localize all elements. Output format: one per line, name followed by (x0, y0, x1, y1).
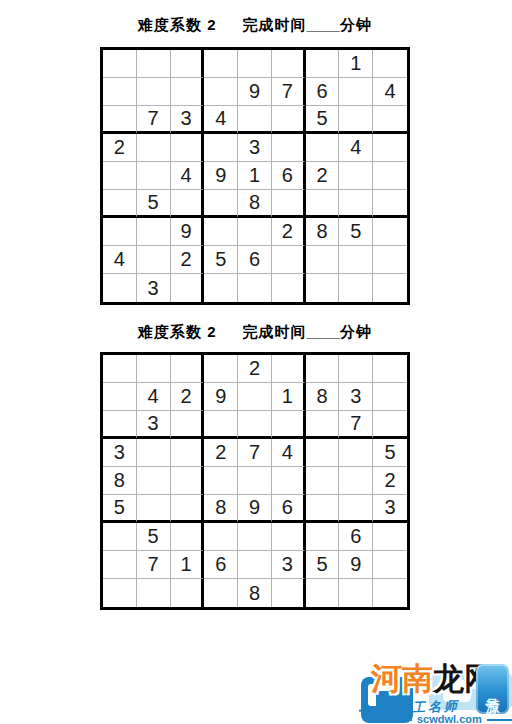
sudoku2-cell-r4c6: 4 (272, 439, 306, 467)
sudoku1-cell-r9c9 (373, 274, 407, 302)
sudoku2-cell-r3c7 (306, 411, 340, 439)
sudoku1-cell-r2c9: 4 (373, 78, 407, 106)
sudoku1-cell-r9c1 (103, 274, 137, 302)
time-label: 完成时间 (243, 16, 307, 33)
sudoku1-cell-r4c6 (272, 134, 306, 162)
sudoku2-cell-r1c1 (103, 355, 137, 383)
sudoku1-cell-r4c2 (137, 134, 171, 162)
sudoku2-cell-r5c4 (204, 467, 238, 495)
sudoku1-cell-r2c6: 7 (272, 78, 306, 106)
sudoku2-cell-r8c2: 7 (137, 551, 171, 579)
sudoku2-cell-r2c9 (373, 383, 407, 411)
sudoku2-cell-r6c6: 6 (272, 495, 306, 523)
sudoku1-cell-r9c4 (204, 274, 238, 302)
minutes-label: 分钟 (340, 16, 372, 33)
sudoku2-cell-r8c9 (373, 551, 407, 579)
sudoku1-cell-r8c2 (137, 246, 171, 274)
sudoku2-cell-r9c9 (373, 579, 407, 607)
sudoku1-cell-r2c2 (137, 78, 171, 106)
sudoku1-cell-r7c9 (373, 218, 407, 246)
sudoku2-cell-r2c7: 8 (306, 383, 340, 411)
sudoku1-cell-r1c1 (103, 50, 137, 78)
sudoku2-cell-r3c5 (238, 411, 272, 439)
sudoku1-cell-r2c3 (171, 78, 205, 106)
sudoku2-cell-r5c1: 8 (103, 467, 137, 495)
sudoku2-cell-r1c4 (204, 355, 238, 383)
sudoku-grid-1: 1976473452344916258928542563 (100, 47, 410, 305)
sudoku1-cell-r5c9 (373, 162, 407, 190)
sudoku2-cell-r6c5: 9 (238, 495, 272, 523)
sudoku2-cell-r7c1 (103, 523, 137, 551)
sudoku1-cell-r8c1: 4 (103, 246, 137, 274)
sudoku2-cell-r5c7 (306, 467, 340, 495)
sudoku1-cell-r9c7 (306, 274, 340, 302)
sudoku2-cell-r5c3 (171, 467, 205, 495)
sudoku1-cell-r8c8 (339, 246, 373, 274)
sudoku2-cell-r5c5 (238, 467, 272, 495)
sudoku1-cell-r2c1 (103, 78, 137, 106)
sudoku1-cell-r4c1: 2 (103, 134, 137, 162)
sudoku2-cell-r7c7 (306, 523, 340, 551)
sudoku2-cell-r8c3: 1 (171, 551, 205, 579)
sudoku2-cell-r8c4: 6 (204, 551, 238, 579)
sudoku2-cell-r3c1 (103, 411, 137, 439)
sudoku1-cell-r1c7 (306, 50, 340, 78)
sudoku1-cell-r7c8: 5 (339, 218, 373, 246)
sudoku2-cell-r9c5: 8 (238, 579, 272, 607)
sudoku2-cell-r8c1 (103, 551, 137, 579)
sudoku2-cell-r4c9: 5 (373, 439, 407, 467)
sudoku1-cell-r1c8: 1 (339, 50, 373, 78)
sudoku2-cell-r4c5: 7 (238, 439, 272, 467)
sudoku2-cell-r7c4 (204, 523, 238, 551)
sudoku2-cell-r4c3 (171, 439, 205, 467)
sudoku1-cell-r7c2 (137, 218, 171, 246)
sudoku1-cell-r3c3: 3 (171, 106, 205, 134)
sudoku2-cell-r7c2: 5 (137, 523, 171, 551)
sudoku1-cell-r3c1 (103, 106, 137, 134)
watermark-logo: 河南龙网 号源 学堂工名师 scwdwl.com (355, 660, 512, 724)
time-blank-line: ____ (307, 323, 340, 340)
sudoku1-cell-r5c7: 2 (306, 162, 340, 190)
seal-stamp: 号源 (476, 664, 509, 714)
sudoku1-cell-r8c7 (306, 246, 340, 274)
sudoku1-cell-r3c4: 4 (204, 106, 238, 134)
sudoku1-cell-r4c5: 3 (238, 134, 272, 162)
sudoku1-cell-r5c2 (137, 162, 171, 190)
sudoku1-cell-r7c7: 8 (306, 218, 340, 246)
difficulty-label: 难度系数 2 (138, 16, 217, 33)
sudoku2-cell-r9c8 (339, 579, 373, 607)
sudoku2-cell-r6c9: 3 (373, 495, 407, 523)
sudoku2-cell-r3c2: 3 (137, 411, 171, 439)
sudoku2-cell-r2c1 (103, 383, 137, 411)
sudoku2-cell-r1c3 (171, 355, 205, 383)
sudoku1-cell-r3c6 (272, 106, 306, 134)
sudoku1-cell-r7c3: 9 (171, 218, 205, 246)
sudoku2-cell-r4c7 (306, 439, 340, 467)
sudoku1-cell-r6c3 (171, 190, 205, 218)
sudoku1-cell-r2c7: 6 (306, 78, 340, 106)
sudoku1-cell-r3c8 (339, 106, 373, 134)
sudoku1-cell-r6c7 (306, 190, 340, 218)
sudoku2-cell-r6c4: 8 (204, 495, 238, 523)
sudoku-grid-2: 242918337327458258963567163598 (100, 352, 410, 610)
sudoku1-cell-r4c4 (204, 134, 238, 162)
sudoku2-cell-r5c8 (339, 467, 373, 495)
sudoku1-cell-r9c8 (339, 274, 373, 302)
sudoku1-cell-r9c3 (171, 274, 205, 302)
sudoku1-cell-r2c8 (339, 78, 373, 106)
sudoku2-cell-r9c4 (204, 579, 238, 607)
sudoku2-cell-r6c2 (137, 495, 171, 523)
sudoku1-cell-r2c4 (204, 78, 238, 106)
brand-prefix-text: 河南 (371, 661, 433, 696)
sudoku1-cell-r6c5: 8 (238, 190, 272, 218)
sudoku2-cell-r5c9: 2 (373, 467, 407, 495)
sudoku1-cell-r8c5: 6 (238, 246, 272, 274)
sudoku1-cell-r2c5: 9 (238, 78, 272, 106)
sudoku2-cell-r4c8 (339, 439, 373, 467)
sudoku2-cell-r2c4: 9 (204, 383, 238, 411)
sudoku1-cell-r3c5 (238, 106, 272, 134)
sudoku1-cell-r3c2: 7 (137, 106, 171, 134)
sudoku1-cell-r1c5 (238, 50, 272, 78)
sudoku1-cell-r8c3: 2 (171, 246, 205, 274)
sudoku1-cell-r5c3: 4 (171, 162, 205, 190)
sudoku1-cell-r6c1 (103, 190, 137, 218)
sudoku1-cell-r7c6: 2 (272, 218, 306, 246)
sudoku2-cell-r9c7 (306, 579, 340, 607)
sudoku1-cell-r5c6: 6 (272, 162, 306, 190)
sudoku1-cell-r6c9 (373, 190, 407, 218)
sudoku1-cell-r9c6 (272, 274, 306, 302)
sudoku1-cell-r7c4 (204, 218, 238, 246)
sudoku2-cell-r2c3: 2 (171, 383, 205, 411)
sudoku1-cell-r8c4: 5 (204, 246, 238, 274)
sudoku1-cell-r1c9 (373, 50, 407, 78)
puzzle-1-title: 难度系数 2完成时间____分钟 (100, 16, 410, 35)
site-url-text: scwdwl.com (381, 713, 512, 724)
sudoku1-cell-r1c4 (204, 50, 238, 78)
sudoku1-cell-r5c8 (339, 162, 373, 190)
sudoku1-cell-r4c9 (373, 134, 407, 162)
sudoku1-cell-r3c9 (373, 106, 407, 134)
sudoku2-cell-r3c8: 7 (339, 411, 373, 439)
sudoku2-cell-r9c1 (103, 579, 137, 607)
minutes-label: 分钟 (340, 323, 372, 340)
sudoku2-cell-r7c5 (238, 523, 272, 551)
sudoku2-cell-r2c6: 1 (272, 383, 306, 411)
sudoku1-cell-r3c7: 5 (306, 106, 340, 134)
sudoku2-cell-r3c9 (373, 411, 407, 439)
sudoku2-cell-r1c6 (272, 355, 306, 383)
sudoku2-cell-r6c1: 5 (103, 495, 137, 523)
sudoku1-cell-r6c8 (339, 190, 373, 218)
sudoku2-cell-r8c6: 3 (272, 551, 306, 579)
sudoku2-cell-r4c2 (137, 439, 171, 467)
sudoku1-cell-r8c6 (272, 246, 306, 274)
sudoku1-cell-r5c1 (103, 162, 137, 190)
sudoku1-cell-r1c6 (272, 50, 306, 78)
sudoku1-cell-r9c2: 3 (137, 274, 171, 302)
sudoku2-cell-r5c6 (272, 467, 306, 495)
sudoku1-cell-r6c4 (204, 190, 238, 218)
time-label: 完成时间 (243, 323, 307, 340)
sudoku1-cell-r7c1 (103, 218, 137, 246)
sudoku2-cell-r3c3 (171, 411, 205, 439)
sudoku2-cell-r9c3 (171, 579, 205, 607)
worksheet-page: 难度系数 2完成时间____分钟 19764734523449162589285… (0, 0, 512, 724)
sudoku2-cell-r8c7: 5 (306, 551, 340, 579)
sudoku2-cell-r4c4: 2 (204, 439, 238, 467)
sudoku2-cell-r3c6 (272, 411, 306, 439)
sudoku2-cell-r7c9 (373, 523, 407, 551)
sudoku1-cell-r5c4: 9 (204, 162, 238, 190)
sudoku2-cell-r7c6 (272, 523, 306, 551)
sudoku1-cell-r8c9 (373, 246, 407, 274)
sudoku2-cell-r1c8 (339, 355, 373, 383)
sudoku1-cell-r7c5 (238, 218, 272, 246)
time-blank-line: ____ (307, 16, 340, 33)
puzzle-2-title: 难度系数 2完成时间____分钟 (100, 323, 410, 342)
sudoku2-cell-r6c3 (171, 495, 205, 523)
difficulty-label: 难度系数 2 (138, 323, 217, 340)
sudoku2-cell-r1c5: 2 (238, 355, 272, 383)
sudoku1-cell-r1c3 (171, 50, 205, 78)
sudoku2-cell-r6c7 (306, 495, 340, 523)
sudoku1-cell-r4c8: 4 (339, 134, 373, 162)
sudoku2-cell-r8c5 (238, 551, 272, 579)
sudoku2-cell-r2c8: 3 (339, 383, 373, 411)
sudoku1-cell-r4c3 (171, 134, 205, 162)
sudoku2-cell-r1c9 (373, 355, 407, 383)
sudoku1-cell-r1c2 (137, 50, 171, 78)
sudoku2-cell-r9c2 (137, 579, 171, 607)
sudoku2-cell-r2c5 (238, 383, 272, 411)
sudoku1-cell-r5c5: 1 (238, 162, 272, 190)
sudoku2-cell-r1c7 (306, 355, 340, 383)
sudoku1-cell-r6c2: 5 (137, 190, 171, 218)
sudoku2-cell-r8c8: 9 (339, 551, 373, 579)
sudoku1-cell-r6c6 (272, 190, 306, 218)
sudoku2-cell-r7c3 (171, 523, 205, 551)
sudoku2-cell-r6c8 (339, 495, 373, 523)
sudoku1-cell-r4c7 (306, 134, 340, 162)
sudoku2-cell-r3c4 (204, 411, 238, 439)
sudoku2-cell-r1c2 (137, 355, 171, 383)
sudoku2-cell-r9c6 (272, 579, 306, 607)
sudoku2-cell-r7c8: 6 (339, 523, 373, 551)
sudoku2-cell-r2c2: 4 (137, 383, 171, 411)
sudoku2-cell-r4c1: 3 (103, 439, 137, 467)
sudoku2-cell-r5c2 (137, 467, 171, 495)
sudoku1-cell-r9c5 (238, 274, 272, 302)
